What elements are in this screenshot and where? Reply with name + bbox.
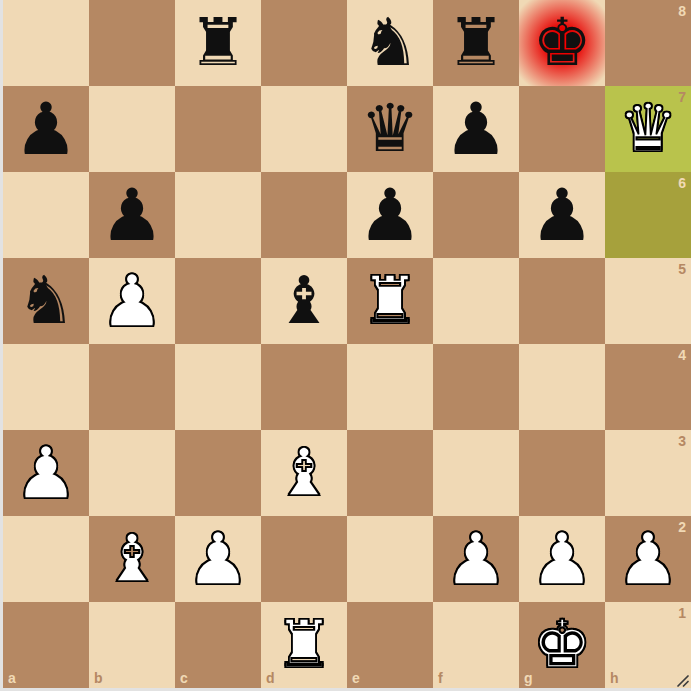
square-g1[interactable]: g♚ [519, 602, 605, 688]
square-h3[interactable]: 3 [605, 430, 691, 516]
white-pawn[interactable]: ♟ [3, 430, 89, 516]
square-c2[interactable]: ♟ [175, 516, 261, 602]
black-pawn[interactable]: ♟ [433, 86, 519, 172]
square-a8[interactable] [3, 0, 89, 86]
black-knight[interactable]: ♞ [3, 258, 89, 344]
square-h2[interactable]: 2♟ [605, 516, 691, 602]
square-g2[interactable]: ♟ [519, 516, 605, 602]
rank-label-5: 5 [678, 261, 686, 277]
square-f3[interactable] [433, 430, 519, 516]
square-e7[interactable]: ♛ [347, 86, 433, 172]
file-label-f: f [438, 670, 443, 686]
resize-handle-icon[interactable] [675, 673, 689, 687]
square-b2[interactable]: ♝ [89, 516, 175, 602]
square-e8[interactable]: ♞ [347, 0, 433, 86]
square-d5[interactable]: ♝ [261, 258, 347, 344]
square-b5[interactable]: ♟ [89, 258, 175, 344]
white-pawn[interactable]: ♟ [433, 516, 519, 602]
square-d3[interactable]: ♝ [261, 430, 347, 516]
rank-label-4: 4 [678, 347, 686, 363]
square-d4[interactable] [261, 344, 347, 430]
white-pawn[interactable]: ♟ [519, 516, 605, 602]
square-h5[interactable]: 5 [605, 258, 691, 344]
file-label-d: d [266, 670, 275, 686]
square-g4[interactable] [519, 344, 605, 430]
white-pawn[interactable]: ♟ [175, 516, 261, 602]
square-b6[interactable]: ♟ [89, 172, 175, 258]
square-a5[interactable]: ♞ [3, 258, 89, 344]
white-bishop[interactable]: ♝ [261, 430, 347, 516]
square-h6[interactable]: 6 [605, 172, 691, 258]
square-f1[interactable]: f [433, 602, 519, 688]
square-d8[interactable] [261, 0, 347, 86]
white-pawn[interactable]: ♟ [89, 258, 175, 344]
square-e5[interactable]: ♜ [347, 258, 433, 344]
square-b4[interactable] [89, 344, 175, 430]
square-e3[interactable] [347, 430, 433, 516]
square-a6[interactable] [3, 172, 89, 258]
square-a7[interactable]: ♟ [3, 86, 89, 172]
black-pawn[interactable]: ♟ [3, 86, 89, 172]
square-c8[interactable]: ♜ [175, 0, 261, 86]
rank-label-3: 3 [678, 433, 686, 449]
file-label-g: g [524, 670, 533, 686]
square-e6[interactable]: ♟ [347, 172, 433, 258]
square-c5[interactable] [175, 258, 261, 344]
white-rook[interactable]: ♜ [347, 258, 433, 344]
file-label-h: h [610, 670, 619, 686]
square-c1[interactable]: c [175, 602, 261, 688]
square-c6[interactable] [175, 172, 261, 258]
file-label-c: c [180, 670, 188, 686]
rank-label-7: 7 [678, 89, 686, 105]
white-bishop[interactable]: ♝ [89, 516, 175, 602]
square-g7[interactable] [519, 86, 605, 172]
square-h7[interactable]: 7♛ [605, 86, 691, 172]
square-d2[interactable] [261, 516, 347, 602]
square-d1[interactable]: d♜ [261, 602, 347, 688]
square-g3[interactable] [519, 430, 605, 516]
square-e2[interactable] [347, 516, 433, 602]
square-d7[interactable] [261, 86, 347, 172]
square-b8[interactable] [89, 0, 175, 86]
square-c7[interactable] [175, 86, 261, 172]
square-d6[interactable] [261, 172, 347, 258]
square-g6[interactable]: ♟ [519, 172, 605, 258]
square-f2[interactable]: ♟ [433, 516, 519, 602]
square-e4[interactable] [347, 344, 433, 430]
square-f4[interactable] [433, 344, 519, 430]
black-queen[interactable]: ♛ [347, 86, 433, 172]
square-b1[interactable]: b [89, 602, 175, 688]
file-label-a: a [8, 670, 16, 686]
square-c4[interactable] [175, 344, 261, 430]
black-pawn[interactable]: ♟ [347, 172, 433, 258]
square-e1[interactable]: e [347, 602, 433, 688]
black-knight[interactable]: ♞ [347, 0, 433, 86]
square-a3[interactable]: ♟ [3, 430, 89, 516]
square-b7[interactable] [89, 86, 175, 172]
square-a4[interactable] [3, 344, 89, 430]
file-label-e: e [352, 670, 360, 686]
page: ♜♞♜♚8♟♛♟7♛♟♟♟6♞♟♝♜54♟♝3♝♟♟♟2♟abcd♜efg♚1h [0, 0, 691, 691]
square-f7[interactable]: ♟ [433, 86, 519, 172]
black-pawn[interactable]: ♟ [519, 172, 605, 258]
black-rook[interactable]: ♜ [433, 0, 519, 86]
square-h8[interactable]: 8 [605, 0, 691, 86]
square-f5[interactable] [433, 258, 519, 344]
black-king[interactable]: ♚ [519, 0, 605, 86]
black-pawn[interactable]: ♟ [89, 172, 175, 258]
rank-label-1: 1 [678, 605, 686, 621]
black-rook[interactable]: ♜ [175, 0, 261, 86]
square-c3[interactable] [175, 430, 261, 516]
square-b3[interactable] [89, 430, 175, 516]
square-g8[interactable]: ♚ [519, 0, 605, 86]
square-a2[interactable] [3, 516, 89, 602]
file-label-b: b [94, 670, 103, 686]
square-g5[interactable] [519, 258, 605, 344]
rank-label-6: 6 [678, 175, 686, 191]
square-f6[interactable] [433, 172, 519, 258]
black-bishop[interactable]: ♝ [261, 258, 347, 344]
chess-board: ♜♞♜♚8♟♛♟7♛♟♟♟6♞♟♝♜54♟♝3♝♟♟♟2♟abcd♜efg♚1h [3, 0, 691, 688]
rank-label-2: 2 [678, 519, 686, 535]
square-h4[interactable]: 4 [605, 344, 691, 430]
square-f8[interactable]: ♜ [433, 0, 519, 86]
square-a1[interactable]: a [3, 602, 89, 688]
rank-label-8: 8 [678, 3, 686, 19]
